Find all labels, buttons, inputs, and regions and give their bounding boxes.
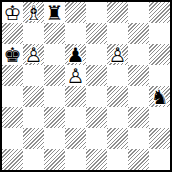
square-d5[interactable]: ♟♙ — [65, 65, 86, 86]
square-g1[interactable] — [128, 149, 149, 170]
piece-white-king-fill: ♚ — [2, 2, 23, 23]
square-f6[interactable]: ♟♙ — [107, 44, 128, 65]
piece-white-pawn-fill: ♟ — [23, 44, 44, 65]
square-g2[interactable] — [128, 128, 149, 149]
piece-black-king: ♚ — [2, 44, 23, 65]
square-a2[interactable] — [2, 128, 23, 149]
square-a5[interactable] — [2, 65, 23, 86]
square-g7[interactable] — [128, 23, 149, 44]
square-e7[interactable] — [86, 23, 107, 44]
square-h7[interactable] — [149, 23, 170, 44]
square-c3[interactable] — [44, 107, 65, 128]
square-c2[interactable] — [44, 128, 65, 149]
square-a7[interactable] — [2, 23, 23, 44]
square-f3[interactable] — [107, 107, 128, 128]
square-b6[interactable]: ♟♙ — [23, 44, 44, 65]
square-d7[interactable] — [65, 23, 86, 44]
square-a6[interactable]: ♚ — [2, 44, 23, 65]
square-a1[interactable] — [2, 149, 23, 170]
piece-white-bishop: ♗ — [23, 2, 44, 23]
square-a4[interactable] — [2, 86, 23, 107]
square-c7[interactable] — [44, 23, 65, 44]
square-d8[interactable] — [65, 2, 86, 23]
square-e5[interactable] — [86, 65, 107, 86]
piece-white-king: ♔ — [2, 2, 23, 23]
square-d2[interactable] — [65, 128, 86, 149]
square-d6[interactable]: ♟ — [65, 44, 86, 65]
square-g4[interactable] — [128, 86, 149, 107]
square-h1[interactable] — [149, 149, 170, 170]
piece-black-knight: ♞ — [149, 86, 170, 107]
square-f7[interactable] — [107, 23, 128, 44]
square-f5[interactable] — [107, 65, 128, 86]
square-h8[interactable] — [149, 2, 170, 23]
piece-white-bishop-fill: ♝ — [23, 2, 44, 23]
square-g8[interactable] — [128, 2, 149, 23]
square-a3[interactable] — [2, 107, 23, 128]
square-d4[interactable] — [65, 86, 86, 107]
square-g6[interactable] — [128, 44, 149, 65]
square-d1[interactable] — [65, 149, 86, 170]
square-e3[interactable] — [86, 107, 107, 128]
square-b3[interactable] — [23, 107, 44, 128]
square-g3[interactable] — [128, 107, 149, 128]
piece-white-pawn: ♙ — [23, 44, 44, 65]
square-b7[interactable] — [23, 23, 44, 44]
square-h4[interactable]: ♞ — [149, 86, 170, 107]
square-b1[interactable] — [23, 149, 44, 170]
piece-black-rook: ♜ — [44, 2, 65, 23]
square-b4[interactable] — [23, 86, 44, 107]
square-e4[interactable] — [86, 86, 107, 107]
chess-board: ♚♔♝♗♜♚♟♙♟♟♙♟♙♞ — [0, 0, 172, 172]
square-h2[interactable] — [149, 128, 170, 149]
square-e6[interactable] — [86, 44, 107, 65]
square-b2[interactable] — [23, 128, 44, 149]
square-d3[interactable] — [65, 107, 86, 128]
piece-white-pawn: ♙ — [65, 65, 86, 86]
square-f4[interactable] — [107, 86, 128, 107]
square-e1[interactable] — [86, 149, 107, 170]
square-c4[interactable] — [44, 86, 65, 107]
square-f8[interactable] — [107, 2, 128, 23]
piece-black-pawn: ♟ — [65, 44, 86, 65]
square-h3[interactable] — [149, 107, 170, 128]
square-b5[interactable] — [23, 65, 44, 86]
square-a8[interactable]: ♚♔ — [2, 2, 23, 23]
square-f1[interactable] — [107, 149, 128, 170]
square-c5[interactable] — [44, 65, 65, 86]
square-e2[interactable] — [86, 128, 107, 149]
piece-white-pawn-fill: ♟ — [107, 44, 128, 65]
piece-white-pawn-fill: ♟ — [65, 65, 86, 86]
square-c8[interactable]: ♜ — [44, 2, 65, 23]
square-c1[interactable] — [44, 149, 65, 170]
square-b8[interactable]: ♝♗ — [23, 2, 44, 23]
square-e8[interactable] — [86, 2, 107, 23]
square-h6[interactable] — [149, 44, 170, 65]
piece-white-pawn: ♙ — [107, 44, 128, 65]
square-c6[interactable] — [44, 44, 65, 65]
square-h5[interactable] — [149, 65, 170, 86]
square-g5[interactable] — [128, 65, 149, 86]
square-f2[interactable] — [107, 128, 128, 149]
